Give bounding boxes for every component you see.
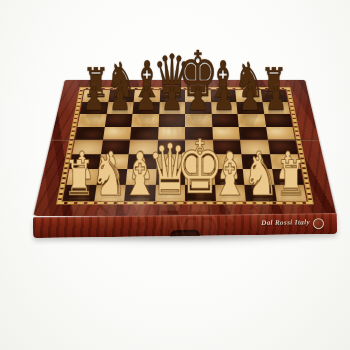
square-a5 (75, 127, 104, 140)
square-e3 (185, 154, 214, 169)
square-c6 (131, 114, 158, 127)
square-b3 (98, 154, 128, 169)
square-f8 (210, 90, 236, 102)
square-f2 (214, 169, 244, 185)
square-e4 (185, 140, 213, 154)
square-b5 (103, 127, 132, 140)
square-a1 (63, 184, 96, 200)
square-a6 (78, 114, 107, 127)
square-b4 (100, 140, 130, 154)
square-c7 (133, 102, 160, 114)
square-h8 (260, 90, 287, 102)
square-b8 (108, 90, 135, 102)
square-g1 (244, 184, 276, 200)
square-d6 (158, 114, 185, 127)
square-g3 (241, 154, 271, 169)
square-e6 (185, 114, 212, 127)
square-d5 (158, 127, 186, 140)
square-g7 (236, 102, 263, 114)
square-b2 (96, 169, 127, 185)
square-e5 (185, 127, 213, 140)
box-front-edge: Dal Rossi Italy (33, 213, 337, 238)
square-g6 (237, 114, 265, 127)
square-h7 (262, 102, 290, 114)
square-c1 (124, 184, 155, 200)
square-h5 (266, 127, 295, 140)
square-f5 (212, 127, 240, 140)
square-f3 (213, 154, 243, 169)
square-d3 (156, 154, 185, 169)
square-g4 (240, 140, 270, 154)
square-c2 (126, 169, 156, 185)
square-c3 (127, 154, 157, 169)
square-d7 (159, 102, 185, 114)
squares-layer (63, 90, 306, 201)
square-a3 (69, 154, 100, 169)
square-d2 (155, 169, 185, 185)
brand-label: Dal Rossi Italy (261, 219, 310, 227)
square-a7 (80, 102, 108, 114)
square-h1 (274, 184, 307, 200)
square-b7 (106, 102, 133, 114)
square-f1 (215, 184, 246, 200)
square-g2 (243, 169, 274, 185)
square-g5 (239, 127, 268, 140)
square-c4 (129, 140, 158, 154)
square-f6 (211, 114, 238, 127)
square-h4 (268, 140, 298, 154)
square-b6 (104, 114, 132, 127)
square-f4 (213, 140, 242, 154)
square-a4 (72, 140, 102, 154)
folding-hinge-seam (51, 139, 319, 141)
square-e7 (185, 102, 211, 114)
handle-notch (170, 230, 200, 236)
square-a2 (67, 169, 99, 185)
square-d4 (157, 140, 185, 154)
square-a8 (82, 90, 109, 102)
square-f7 (211, 102, 238, 114)
square-d1 (155, 184, 185, 200)
product-photo-background: Dal Rossi Italy ♜♜♞♞♝♝♛♛♚♚♝♝♞♞♜♜♟♟♟♟♟♟♟♟… (0, 0, 350, 350)
square-e8 (185, 90, 211, 102)
square-c8 (134, 90, 160, 102)
brand-badge-icon (313, 218, 324, 229)
square-b1 (94, 184, 126, 200)
square-d8 (159, 90, 185, 102)
square-h2 (272, 169, 304, 185)
square-e2 (185, 169, 215, 185)
square-h6 (264, 114, 293, 127)
square-e1 (185, 184, 215, 200)
square-c5 (130, 127, 158, 140)
chess-board (33, 80, 336, 216)
square-g8 (235, 90, 262, 102)
square-h3 (270, 154, 301, 169)
